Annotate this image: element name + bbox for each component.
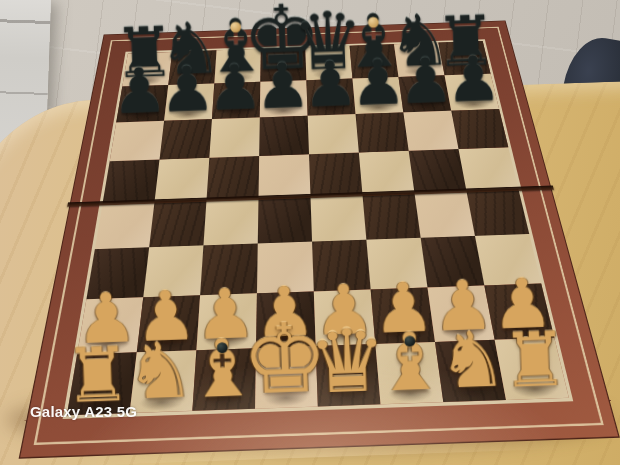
bishop-finial (230, 22, 241, 33)
square-f5 (359, 151, 415, 194)
bishop-finial (404, 335, 415, 346)
square-c1: ♝ (192, 348, 256, 411)
square-f1: ♝ (375, 342, 443, 404)
square-d5 (258, 154, 310, 198)
board-3d: ♜♞♝♚♛♝♞♜♟♟♟♟♟♟♟♟♟♟♟♟♟♟♟♟♜♞♝♚♛♝♞♜ (20, 21, 618, 457)
square-a6 (110, 121, 164, 161)
photo-scene: ♜♞♝♚♛♝♞♜♟♟♟♟♟♟♟♟♟♟♟♟♟♟♟♟♜♞♝♚♛♝♞♜ Galaxy … (0, 0, 620, 465)
piece-white-knight: ♞ (437, 326, 508, 398)
square-h1: ♜ (495, 338, 569, 400)
piece-white-bishop: ♝ (373, 326, 447, 400)
piece-white-bishop: ♝ (186, 332, 260, 406)
piece-white-knight: ♞ (125, 337, 196, 409)
bishop-finial (216, 342, 227, 353)
square-d1: ♚ (255, 346, 318, 409)
square-b6 (160, 119, 212, 159)
piece-white-rook: ♜ (63, 341, 132, 410)
square-c4 (203, 198, 258, 246)
square-d4 (258, 196, 312, 243)
square-e6 (308, 114, 359, 154)
square-f7: ♟ (352, 77, 403, 114)
square-b4 (149, 200, 206, 248)
board-frame: ♜♞♝♚♛♝♞♜♟♟♟♟♟♟♟♟♟♟♟♟♟♟♟♟♜♞♝♚♛♝♞♜ (20, 21, 618, 457)
square-g6 (403, 111, 458, 151)
square-a4 (95, 201, 155, 249)
square-c7: ♟ (212, 82, 260, 119)
square-c5 (207, 156, 260, 200)
square-g7: ♟ (399, 75, 452, 112)
square-e5 (309, 152, 362, 196)
square-h5 (458, 147, 518, 190)
camera-watermark: Galaxy A23 5G (30, 403, 137, 420)
square-e4 (310, 194, 366, 241)
board-squares: ♜♞♝♚♛♝♞♜♟♟♟♟♟♟♟♟♟♟♟♟♟♟♟♟♜♞♝♚♛♝♞♜ (63, 39, 574, 419)
square-h4 (466, 189, 529, 236)
square-g4 (414, 191, 475, 238)
square-f6 (356, 112, 409, 152)
piece-black-pawn: ♟ (445, 50, 503, 108)
square-h7: ♟ (445, 74, 500, 111)
square-d7: ♟ (260, 80, 308, 117)
chess-board: ♜♞♝♚♛♝♞♜♟♟♟♟♟♟♟♟♟♟♟♟♟♟♟♟♜♞♝♚♛♝♞♜ (0, 0, 620, 465)
piece-white-rook: ♜ (501, 326, 570, 395)
square-g5 (409, 149, 467, 192)
square-h6 (451, 109, 508, 149)
square-b5 (155, 158, 210, 202)
square-e7: ♟ (306, 79, 355, 116)
square-d6 (259, 116, 309, 156)
bishop-finial (368, 17, 379, 28)
square-c6 (209, 117, 259, 157)
square-a5 (103, 159, 160, 203)
square-f4 (362, 192, 420, 239)
